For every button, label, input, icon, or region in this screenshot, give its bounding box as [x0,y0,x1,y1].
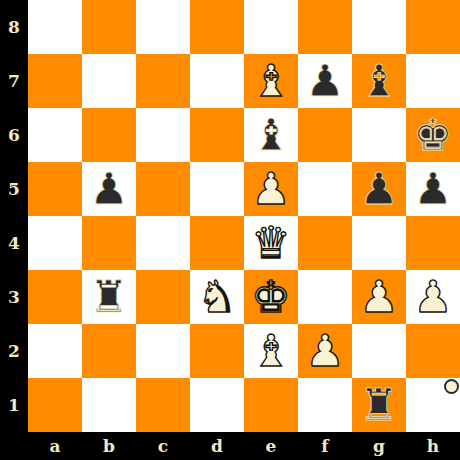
black-pawn-f7[interactable]: ♟ [298,54,352,108]
square-a2[interactable] [28,324,82,378]
chess-board: ♝♟♝♝♚♟♟♟♟♛♜♞♚♟♟♝♟♜ [28,0,460,432]
square-f7[interactable]: ♟ [298,54,352,108]
square-g2[interactable] [352,324,406,378]
square-e2[interactable]: ♝ [244,324,298,378]
chess-app: 87654321 ♝♟♝♝♚♟♟♟♟♛♜♞♚♟♟♝♟♜ abcdefgh [0,0,460,460]
file-label-b: b [82,432,136,460]
black-bishop-g7[interactable]: ♝ [352,54,406,108]
square-h4[interactable] [406,216,460,270]
square-c6[interactable] [136,108,190,162]
square-c8[interactable] [136,0,190,54]
square-f6[interactable] [298,108,352,162]
black-pawn-b5[interactable]: ♟ [82,162,136,216]
white-queen-e4[interactable]: ♛ [244,216,298,270]
file-label-a: a [28,432,82,460]
square-h2[interactable] [406,324,460,378]
square-c5[interactable] [136,162,190,216]
square-b2[interactable] [82,324,136,378]
square-a5[interactable] [28,162,82,216]
square-b1[interactable] [82,378,136,432]
file-label-h: h [406,432,460,460]
square-a8[interactable] [28,0,82,54]
white-pawn-g3[interactable]: ♟ [352,270,406,324]
square-g7[interactable]: ♝ [352,54,406,108]
rank-label-1: 1 [0,378,28,432]
square-h6[interactable]: ♚ [406,108,460,162]
square-e3[interactable]: ♚ [244,270,298,324]
square-e5[interactable]: ♟ [244,162,298,216]
black-king-h6[interactable]: ♚ [406,108,460,162]
white-knight-d3[interactable]: ♞ [190,270,244,324]
square-c7[interactable] [136,54,190,108]
file-labels: abcdefgh [28,432,460,460]
square-c2[interactable] [136,324,190,378]
square-b8[interactable] [82,0,136,54]
rank-label-4: 4 [0,216,28,270]
square-a7[interactable] [28,54,82,108]
square-h5[interactable]: ♟ [406,162,460,216]
square-g5[interactable]: ♟ [352,162,406,216]
file-label-e: e [244,432,298,460]
square-g4[interactable] [352,216,406,270]
white-king-e3[interactable]: ♚ [244,270,298,324]
square-e4[interactable]: ♛ [244,216,298,270]
square-f2[interactable]: ♟ [298,324,352,378]
square-d2[interactable] [190,324,244,378]
rank-label-6: 6 [0,108,28,162]
black-pawn-g5[interactable]: ♟ [352,162,406,216]
square-g6[interactable] [352,108,406,162]
white-pawn-h3[interactable]: ♟ [406,270,460,324]
square-a4[interactable] [28,216,82,270]
black-pawn-h5[interactable]: ♟ [406,162,460,216]
rank-label-5: 5 [0,162,28,216]
square-c4[interactable] [136,216,190,270]
square-f8[interactable] [298,0,352,54]
white-bishop-e7[interactable]: ♝ [244,54,298,108]
square-b4[interactable] [82,216,136,270]
black-bishop-e6[interactable]: ♝ [244,108,298,162]
black-rook-g1[interactable]: ♜ [352,378,406,432]
square-d3[interactable]: ♞ [190,270,244,324]
square-d6[interactable] [190,108,244,162]
file-label-f: f [298,432,352,460]
square-e6[interactable]: ♝ [244,108,298,162]
square-h8[interactable] [406,0,460,54]
file-label-c: c [136,432,190,460]
square-e8[interactable] [244,0,298,54]
square-a3[interactable] [28,270,82,324]
square-f5[interactable] [298,162,352,216]
rank-label-3: 3 [0,270,28,324]
white-pawn-f2[interactable]: ♟ [298,324,352,378]
square-h3[interactable]: ♟ [406,270,460,324]
square-d1[interactable] [190,378,244,432]
square-a1[interactable] [28,378,82,432]
square-b5[interactable]: ♟ [82,162,136,216]
square-e1[interactable] [244,378,298,432]
white-bishop-e2[interactable]: ♝ [244,324,298,378]
file-label-d: d [190,432,244,460]
square-d4[interactable] [190,216,244,270]
square-a6[interactable] [28,108,82,162]
square-b3[interactable]: ♜ [82,270,136,324]
white-to-move-indicator [444,379,459,394]
square-c1[interactable] [136,378,190,432]
square-f4[interactable] [298,216,352,270]
white-pawn-e5[interactable]: ♟ [244,162,298,216]
square-f1[interactable] [298,378,352,432]
square-e7[interactable]: ♝ [244,54,298,108]
black-rook-b3[interactable]: ♜ [82,270,136,324]
square-f3[interactable] [298,270,352,324]
square-d5[interactable] [190,162,244,216]
square-d8[interactable] [190,0,244,54]
square-h7[interactable] [406,54,460,108]
square-c3[interactable] [136,270,190,324]
square-g1[interactable]: ♜ [352,378,406,432]
square-g3[interactable]: ♟ [352,270,406,324]
rank-label-2: 2 [0,324,28,378]
file-label-g: g [352,432,406,460]
square-d7[interactable] [190,54,244,108]
rank-label-7: 7 [0,54,28,108]
rank-label-8: 8 [0,0,28,54]
square-b6[interactable] [82,108,136,162]
rank-labels: 87654321 [0,0,28,432]
square-g8[interactable] [352,0,406,54]
square-b7[interactable] [82,54,136,108]
